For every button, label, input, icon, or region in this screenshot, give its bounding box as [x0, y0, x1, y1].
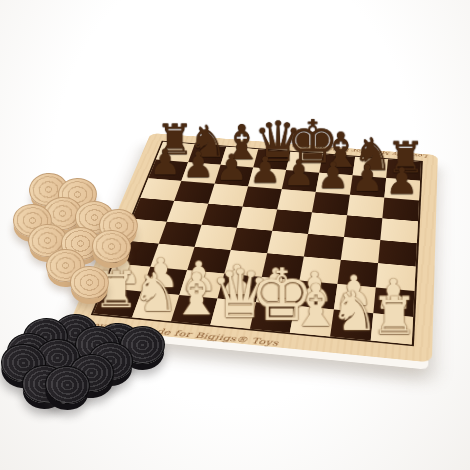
piece-dark-pawn[interactable]: ♟: [384, 164, 419, 199]
piece-light-bishop[interactable]: ♝: [171, 267, 211, 322]
checker-light-disc[interactable]: [12, 203, 53, 238]
square-g5[interactable]: [344, 215, 382, 240]
square-g4[interactable]: [341, 237, 380, 263]
piece-light-rook[interactable]: ♜: [93, 267, 133, 315]
square-g6[interactable]: [347, 195, 384, 218]
piece-light-knight[interactable]: ♞: [330, 286, 371, 337]
piece-dark-pawn[interactable]: ♟: [282, 156, 316, 190]
square-c5[interactable]: [202, 204, 243, 228]
checker-dark-disc[interactable]: [5, 331, 53, 372]
checker-light-disc[interactable]: [41, 195, 83, 232]
square-c4[interactable]: [195, 225, 237, 250]
piece-light-rook[interactable]: ♜: [371, 292, 412, 342]
square-h1[interactable]: ♜: [371, 313, 413, 344]
chess-board: Lovingly Made for Bigjigs® Toys Lovingly…: [68, 133, 438, 363]
square-h4[interactable]: [378, 240, 417, 266]
square-f5[interactable]: [308, 212, 347, 237]
square-f1[interactable]: ♝: [290, 306, 334, 337]
piece-dark-pawn[interactable]: ♟: [248, 153, 282, 187]
checker-light-disc[interactable]: [57, 177, 97, 211]
checker-light-disc[interactable]: [44, 247, 85, 283]
piece-light-queen[interactable]: ♛: [210, 263, 250, 327]
square-e5[interactable]: [272, 209, 312, 233]
square-g1[interactable]: ♞: [330, 309, 373, 340]
checker-dark-disc[interactable]: [67, 352, 115, 393]
square-f7[interactable]: ♟: [316, 173, 353, 195]
board-frame: Lovingly Made for Bigjigs® Toys Lovingly…: [68, 133, 438, 363]
square-e6[interactable]: [277, 189, 316, 212]
square-d6[interactable]: [243, 186, 282, 209]
checker-dark-disc[interactable]: [21, 365, 67, 404]
checker-light-disc[interactable]: [61, 227, 100, 260]
square-a4[interactable]: [123, 219, 167, 244]
square-f6[interactable]: [312, 192, 350, 215]
checker-dark-disc[interactable]: [88, 342, 133, 380]
square-d5[interactable]: [237, 207, 277, 231]
checker-dark-disc[interactable]: [0, 342, 47, 384]
piece-light-king[interactable]: ♚: [250, 262, 290, 330]
square-b5[interactable]: [167, 201, 209, 225]
square-d7[interactable]: ♟: [248, 167, 286, 189]
piece-light-knight[interactable]: ♞: [132, 268, 172, 318]
product-photo-scene: Lovingly Made for Bigjigs® Toys Lovingly…: [0, 0, 470, 470]
checker-light-disc[interactable]: [27, 170, 70, 208]
checker-dark-disc[interactable]: [33, 337, 81, 379]
square-h7[interactable]: ♟: [384, 178, 420, 200]
checker-light-disc[interactable]: [26, 222, 68, 258]
square-g7[interactable]: ♟: [350, 175, 386, 197]
piece-dark-pawn[interactable]: ♟: [350, 161, 384, 195]
square-c6[interactable]: [208, 184, 248, 207]
checker-dark-disc[interactable]: [20, 315, 69, 358]
square-h5[interactable]: [380, 218, 418, 243]
square-e1[interactable]: ♚: [250, 302, 295, 333]
piece-dark-pawn[interactable]: ♟: [148, 145, 182, 179]
square-h6[interactable]: [382, 198, 419, 222]
piece-dark-pawn[interactable]: ♟: [214, 151, 248, 185]
square-d4[interactable]: [231, 228, 273, 254]
piece-dark-pawn[interactable]: ♟: [316, 158, 350, 192]
square-e4[interactable]: [267, 231, 308, 257]
checker-light-disc[interactable]: [74, 200, 114, 234]
piece-light-bishop[interactable]: ♝: [290, 278, 330, 334]
square-e7[interactable]: ♟: [282, 170, 320, 192]
checker-dark-disc[interactable]: [43, 364, 92, 406]
board-grid: ♜♞♝♛♚♝♞♜♟♟♟♟♟♟♟♟♟♟♟♟♟♟♟♟♜♞♝♛♚♝♞♜: [91, 141, 423, 347]
piece-dark-pawn[interactable]: ♟: [181, 148, 215, 182]
